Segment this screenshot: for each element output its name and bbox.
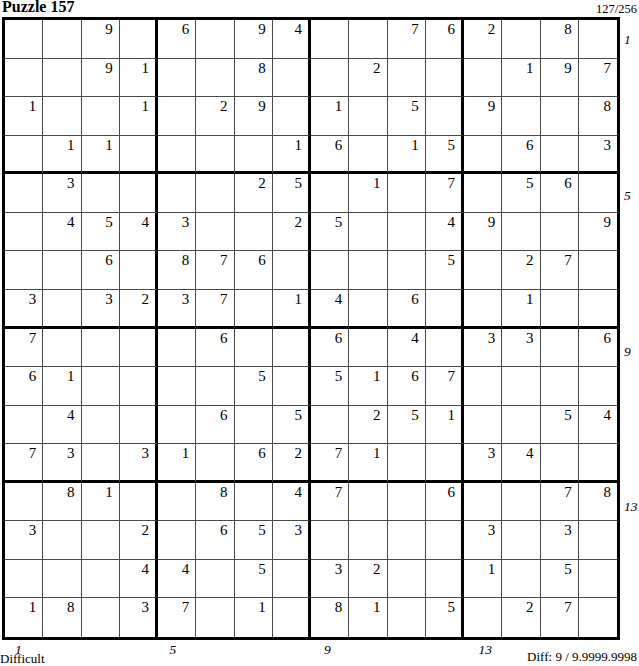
cell-r16c7: 1 [235,598,273,637]
cell-r15c9: 3 [311,560,349,599]
cell-r2c13[interactable] [464,59,502,98]
cell-r8c13[interactable] [464,290,502,329]
cell-r15c10: 2 [349,560,387,599]
clue-counter: 127/256 [596,2,637,17]
cell-r14c5[interactable] [158,521,196,560]
cell-r2c15: 9 [541,59,579,98]
cell-r9c16: 6 [579,329,617,368]
cell-r4c8: 1 [273,136,311,175]
cell-r8c12[interactable] [426,290,464,329]
cell-r3c10[interactable] [349,97,387,136]
cell-r16c3[interactable] [82,598,120,637]
cell-r13c11[interactable] [388,483,426,522]
cell-r10c9: 5 [311,367,349,406]
cell-r14c14[interactable] [502,521,540,560]
cell-r12c3[interactable] [82,444,120,483]
cell-r2c2[interactable] [43,59,81,98]
cell-r6c2: 4 [43,213,81,252]
col-label-5: 5 [170,642,177,658]
cell-r4c14: 6 [502,136,540,175]
cell-r2c9[interactable] [311,59,349,98]
cell-r5c13[interactable] [464,174,502,213]
cell-r16c8[interactable] [273,598,311,637]
cell-r3c6: 2 [196,97,234,136]
cell-r10c2: 1 [43,367,81,406]
cell-r8c7[interactable] [235,290,273,329]
cell-r10c10: 1 [349,367,387,406]
cell-r10c6[interactable] [196,367,234,406]
cell-r13c1[interactable] [5,483,43,522]
row-label-9: 9 [624,344,638,360]
cell-r15c7: 5 [235,560,273,599]
cell-r13c4[interactable] [120,483,158,522]
cell-r7c8[interactable] [273,251,311,290]
cell-r14c12[interactable] [426,521,464,560]
cell-r2c14: 1 [502,59,540,98]
cell-r15c12[interactable] [426,560,464,599]
row-label-1: 1 [624,32,638,48]
cell-r4c1[interactable] [5,136,43,175]
cell-r11c9[interactable] [311,406,349,445]
cell-r7c9[interactable] [311,251,349,290]
cell-r9c4[interactable] [120,329,158,368]
cell-r7c2[interactable] [43,251,81,290]
cell-r14c2[interactable] [43,521,81,560]
cell-r1c6[interactable] [196,20,234,59]
cell-r2c1[interactable] [5,59,43,98]
diff-rating: Diff: 9 / 9.9999.9998 [527,649,637,665]
cell-r1c7: 9 [235,20,273,59]
cell-r13c5[interactable] [158,483,196,522]
cell-r9c7[interactable] [235,329,273,368]
cell-r15c15: 5 [541,560,579,599]
cell-r11c5[interactable] [158,406,196,445]
cell-r8c9: 4 [311,290,349,329]
cell-r15c3[interactable] [82,560,120,599]
cell-r7c7: 6 [235,251,273,290]
cell-r8c10[interactable] [349,290,387,329]
cell-r7c1[interactable] [5,251,43,290]
cell-r12c12[interactable] [426,444,464,483]
cell-r7c10[interactable] [349,251,387,290]
cell-r8c5: 3 [158,290,196,329]
cell-r12c5: 1 [158,444,196,483]
cell-r11c14[interactable] [502,406,540,445]
cell-r13c8: 4 [273,483,311,522]
cell-r9c3[interactable] [82,329,120,368]
cell-r7c4[interactable] [120,251,158,290]
cell-r6c3: 5 [82,213,120,252]
cell-r12c2: 3 [43,444,81,483]
cell-r1c13: 2 [464,20,502,59]
row-label-5: 5 [624,188,638,204]
cell-r12c4: 3 [120,444,158,483]
col-label-9: 9 [324,642,331,658]
cell-r12c7: 6 [235,444,273,483]
cell-r14c9[interactable] [311,521,349,560]
difficulty-label: Difficult [0,651,45,666]
cell-r5c1[interactable] [5,174,43,213]
cell-r7c12: 5 [426,251,464,290]
cell-r9c1: 7 [5,329,43,368]
cell-r3c16: 8 [579,97,617,136]
cell-r15c4: 4 [120,560,158,599]
cell-r15c11[interactable] [388,560,426,599]
cell-r4c9: 6 [311,136,349,175]
cell-r1c16[interactable] [579,20,617,59]
cell-r11c11: 5 [388,406,426,445]
cell-r8c16[interactable] [579,290,617,329]
row-label-13: 13 [624,499,638,515]
cell-r14c7: 5 [235,521,273,560]
cell-r2c16: 7 [579,59,617,98]
cell-r10c16[interactable] [579,367,617,406]
cell-r1c1[interactable] [5,20,43,59]
cell-r8c1: 3 [5,290,43,329]
cell-r13c9: 7 [311,483,349,522]
cell-r5c15: 6 [541,174,579,213]
cell-r4c13[interactable] [464,136,502,175]
cell-r5c4[interactable] [120,174,158,213]
cell-r10c8[interactable] [273,367,311,406]
cell-r3c4: 1 [120,97,158,136]
cell-r11c7[interactable] [235,406,273,445]
cell-r4c5[interactable] [158,136,196,175]
cell-r5c14: 5 [502,174,540,213]
cell-r13c10[interactable] [349,483,387,522]
cell-r11c4[interactable] [120,406,158,445]
cell-r14c11[interactable] [388,521,426,560]
cell-r11c3[interactable] [82,406,120,445]
cell-r1c10[interactable] [349,20,387,59]
cell-r8c3: 3 [82,290,120,329]
cell-r7c16[interactable] [579,251,617,290]
cell-r2c5[interactable] [158,59,196,98]
cell-r3c3[interactable] [82,97,120,136]
cell-r16c6[interactable] [196,598,234,637]
cell-r6c6[interactable] [196,213,234,252]
cell-r11c12: 1 [426,406,464,445]
cell-r1c4[interactable] [120,20,158,59]
cell-r7c14: 2 [502,251,540,290]
cell-r3c8[interactable] [273,97,311,136]
cell-r9c14: 3 [502,329,540,368]
cell-r13c7[interactable] [235,483,273,522]
cell-r5c9[interactable] [311,174,349,213]
cell-r2c8[interactable] [273,59,311,98]
cell-r4c7[interactable] [235,136,273,175]
cell-r4c2: 1 [43,136,81,175]
cell-r12c13: 3 [464,444,502,483]
cell-r3c11: 5 [388,97,426,136]
cell-r13c13[interactable] [464,483,502,522]
cell-r7c11[interactable] [388,251,426,290]
cell-r12c10: 1 [349,444,387,483]
cell-r4c4[interactable] [120,136,158,175]
cell-r10c11: 6 [388,367,426,406]
cell-r15c14[interactable] [502,560,540,599]
cell-r11c2: 4 [43,406,81,445]
cell-r5c6[interactable] [196,174,234,213]
cell-r9c8[interactable] [273,329,311,368]
cell-r11c10: 2 [349,406,387,445]
cell-r4c12: 5 [426,136,464,175]
cell-r12c1: 7 [5,444,43,483]
cell-r10c13[interactable] [464,367,502,406]
cell-r6c8: 2 [273,213,311,252]
cell-r6c1[interactable] [5,213,43,252]
cell-r13c16: 8 [579,483,617,522]
cell-r7c6: 7 [196,251,234,290]
cell-r2c10: 2 [349,59,387,98]
cell-r9c10[interactable] [349,329,387,368]
cell-r5c8: 5 [273,174,311,213]
cell-r4c6[interactable] [196,136,234,175]
cell-r6c14[interactable] [502,213,540,252]
cell-r5c2: 3 [43,174,81,213]
cell-r3c1: 1 [5,97,43,136]
cell-r15c1[interactable] [5,560,43,599]
cell-r8c2[interactable] [43,290,81,329]
cell-r1c9[interactable] [311,20,349,59]
cell-r13c2: 8 [43,483,81,522]
cell-r16c14: 2 [502,598,540,637]
cell-r3c13: 9 [464,97,502,136]
cell-r11c16: 4 [579,406,617,445]
cell-r1c12: 6 [426,20,464,59]
cell-r16c15: 7 [541,598,579,637]
cell-r11c8: 5 [273,406,311,445]
cell-r9c6: 6 [196,329,234,368]
cell-r15c16[interactable] [579,560,617,599]
cell-r9c5[interactable] [158,329,196,368]
cell-r12c15[interactable] [541,444,579,483]
cell-r14c3[interactable] [82,521,120,560]
cell-r6c7[interactable] [235,213,273,252]
cell-r12c6[interactable] [196,444,234,483]
cell-r14c6: 6 [196,521,234,560]
cell-r16c16[interactable] [579,598,617,637]
cell-r13c6: 8 [196,483,234,522]
cell-r4c3: 1 [82,136,120,175]
cell-r10c4[interactable] [120,367,158,406]
cell-r6c15[interactable] [541,213,579,252]
cell-r6c12: 4 [426,213,464,252]
cell-r16c10: 1 [349,598,387,637]
cell-r6c16: 9 [579,213,617,252]
cell-r8c8: 1 [273,290,311,329]
cell-r4c10[interactable] [349,136,387,175]
cell-r16c9: 8 [311,598,349,637]
cell-r5c5[interactable] [158,174,196,213]
cell-r7c3: 6 [82,251,120,290]
cell-r1c2[interactable] [43,20,81,59]
cell-r12c11[interactable] [388,444,426,483]
cell-r10c12: 7 [426,367,464,406]
cell-r11c6: 6 [196,406,234,445]
cell-r3c14[interactable] [502,97,540,136]
cell-r6c11[interactable] [388,213,426,252]
cell-r1c5: 6 [158,20,196,59]
cell-r13c14[interactable] [502,483,540,522]
cell-r11c1[interactable] [5,406,43,445]
cell-r10c15[interactable] [541,367,579,406]
cell-r12c14: 4 [502,444,540,483]
cell-r15c2[interactable] [43,560,81,599]
cell-r5c3[interactable] [82,174,120,213]
cell-r13c15: 7 [541,483,579,522]
cell-r10c3[interactable] [82,367,120,406]
cell-r8c6: 7 [196,290,234,329]
cell-r13c12: 6 [426,483,464,522]
cell-r8c4: 2 [120,290,158,329]
cell-r7c5: 8 [158,251,196,290]
cell-r3c5[interactable] [158,97,196,136]
cell-r7c15: 7 [541,251,579,290]
cell-r7c13[interactable] [464,251,502,290]
cell-r14c13: 3 [464,521,502,560]
cell-r8c15[interactable] [541,290,579,329]
cell-r4c16: 3 [579,136,617,175]
cell-r5c16[interactable] [579,174,617,213]
cell-r2c7: 8 [235,59,273,98]
cell-r9c13: 3 [464,329,502,368]
cell-r9c15[interactable] [541,329,579,368]
cell-r16c2: 8 [43,598,81,637]
cell-r8c14: 1 [502,290,540,329]
cell-r11c15: 5 [541,406,579,445]
cell-r15c5: 4 [158,560,196,599]
cell-r16c13[interactable] [464,598,502,637]
cell-r9c2[interactable] [43,329,81,368]
cell-r15c8[interactable] [273,560,311,599]
cell-r3c9: 1 [311,97,349,136]
cell-r9c9: 6 [311,329,349,368]
cell-r2c6[interactable] [196,59,234,98]
cell-r16c12: 5 [426,598,464,637]
cell-r9c12[interactable] [426,329,464,368]
cell-r3c2[interactable] [43,97,81,136]
cell-r15c6[interactable] [196,560,234,599]
cell-r3c7: 9 [235,97,273,136]
cell-r10c1: 6 [5,367,43,406]
cell-r11c13[interactable] [464,406,502,445]
cell-r14c8: 3 [273,521,311,560]
cell-r9c11: 4 [388,329,426,368]
cell-r2c4: 1 [120,59,158,98]
cell-r14c1: 3 [5,521,43,560]
cell-r6c4: 4 [120,213,158,252]
cell-r1c11: 7 [388,20,426,59]
cell-r16c5: 7 [158,598,196,637]
cell-r4c15[interactable] [541,136,579,175]
cell-r1c8: 4 [273,20,311,59]
cell-r2c3: 9 [82,59,120,98]
cell-r10c7: 5 [235,367,273,406]
cell-r12c16[interactable] [579,444,617,483]
cell-r16c4: 3 [120,598,158,637]
cell-r3c15[interactable] [541,97,579,136]
cell-r16c1: 1 [5,598,43,637]
puzzle-page: Puzzle 157 127/256 969476289182197112915… [0,0,639,666]
cell-r10c5[interactable] [158,367,196,406]
cell-r5c11[interactable] [388,174,426,213]
cell-r8c11: 6 [388,290,426,329]
cell-r12c8: 2 [273,444,311,483]
cell-r14c10[interactable] [349,521,387,560]
cell-r6c10[interactable] [349,213,387,252]
cell-r3c12[interactable] [426,97,464,136]
cell-r6c9: 5 [311,213,349,252]
cell-r6c13: 9 [464,213,502,252]
cell-r6c5: 3 [158,213,196,252]
cell-r5c7: 2 [235,174,273,213]
cell-r2c11[interactable] [388,59,426,98]
cell-r5c12: 7 [426,174,464,213]
cell-r10c14[interactable] [502,367,540,406]
cell-r14c15: 3 [541,521,579,560]
cell-r4c11: 1 [388,136,426,175]
cell-r16c11[interactable] [388,598,426,637]
cell-r13c3: 1 [82,483,120,522]
cell-r1c3: 9 [82,20,120,59]
cell-r14c16[interactable] [579,521,617,560]
cell-r2c12[interactable] [426,59,464,98]
cell-r1c14[interactable] [502,20,540,59]
cell-r1c15: 8 [541,20,579,59]
col-label-13: 13 [479,642,493,658]
cell-r14c4: 2 [120,521,158,560]
cell-r12c9: 7 [311,444,349,483]
puzzle-title: Puzzle 157 [2,0,74,16]
cell-r5c10: 1 [349,174,387,213]
cell-r15c13: 1 [464,560,502,599]
sudoku-board: 9694762891821971129159811161563325175645… [2,17,620,640]
